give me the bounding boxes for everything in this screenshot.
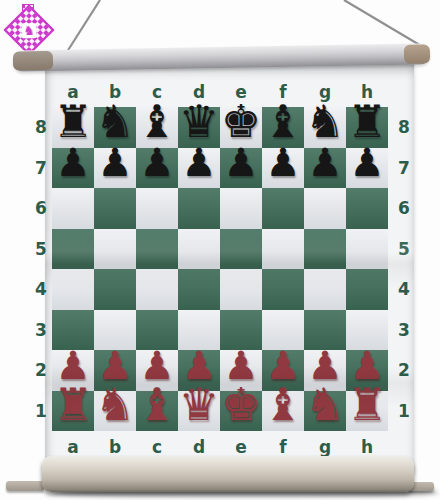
piece-black-bishop[interactable]: ♝ [263,99,303,144]
roll-peg-left [6,481,44,491]
square-a7[interactable]: ♟ [52,148,94,189]
square-a5[interactable] [52,229,94,270]
rank-label-left-6: 6 [32,188,50,229]
file-label-bottom-a: a [52,436,94,458]
piece-black-pawn[interactable]: ♟ [98,143,133,182]
piece-black-pawn[interactable]: ♟ [224,143,259,182]
rank-label-right-2: 2 [395,350,413,391]
file-labels-bottom: abcdefgh [52,436,388,458]
piece-black-queen[interactable]: ♛ [179,99,219,144]
square-d7[interactable]: ♟ [178,148,220,189]
file-label-bottom-e: e [220,436,262,458]
square-h6[interactable] [346,188,388,229]
rank-label-right-6: 6 [395,188,413,229]
rod-cap-left [13,51,53,71]
square-c5[interactable] [136,229,178,270]
bottom-roll-tube [42,456,414,492]
piece-black-pawn[interactable]: ♟ [350,143,385,182]
square-b6[interactable] [94,188,136,229]
rank-label-right-7: 7 [395,148,413,189]
file-label-bottom-c: c [136,436,178,458]
square-f4[interactable] [262,269,304,310]
square-a4[interactable] [52,269,94,310]
piece-black-rook[interactable]: ♜ [347,99,387,144]
square-f7[interactable]: ♟ [262,148,304,189]
rank-label-right-5: 5 [395,229,413,270]
square-d1[interactable]: ♛ [178,391,220,432]
square-c4[interactable] [136,269,178,310]
square-a1[interactable]: ♜ [52,391,94,432]
rank-label-right-1: 1 [395,391,413,432]
piece-red-rook[interactable]: ♜ [347,382,387,427]
square-e4[interactable] [220,269,262,310]
square-h1[interactable]: ♜ [346,391,388,432]
square-d5[interactable] [178,229,220,270]
square-c1[interactable]: ♝ [136,391,178,432]
piece-black-pawn[interactable]: ♟ [182,143,217,182]
square-c7[interactable]: ♟ [136,148,178,189]
demo-chess-board-photo: ♞ abcdefgh abcdefgh 87654321 87654321 ♜♞… [0,0,440,500]
square-a6[interactable] [52,188,94,229]
piece-black-pawn[interactable]: ♟ [140,143,175,182]
piece-red-king[interactable]: ♚ [221,382,261,427]
square-f5[interactable] [262,229,304,270]
square-f6[interactable] [262,188,304,229]
rank-labels-left: 87654321 [32,107,50,431]
square-b5[interactable] [94,229,136,270]
piece-black-king[interactable]: ♚ [221,99,261,144]
square-e6[interactable] [220,188,262,229]
rank-label-left-2: 2 [32,350,50,391]
file-label-bottom-f: f [262,436,304,458]
rank-label-left-3: 3 [32,310,50,351]
square-f1[interactable]: ♝ [262,391,304,432]
square-h5[interactable] [346,229,388,270]
square-e1[interactable]: ♚ [220,391,262,432]
rank-label-right-3: 3 [395,310,413,351]
logo-diamond: ♞ [4,5,55,56]
square-b4[interactable] [94,269,136,310]
square-g7[interactable]: ♟ [304,148,346,189]
file-label-bottom-b: b [94,436,136,458]
board-grid: ♜♞♝♛♚♝♞♜♟♟♟♟♟♟♟♟♟♟♟♟♟♟♟♟♜♞♝♛♚♝♞♜ [52,107,388,431]
square-e7[interactable]: ♟ [220,148,262,189]
square-g4[interactable] [304,269,346,310]
checkered-diamond-logo: ♞ [5,3,51,55]
square-b7[interactable]: ♟ [94,148,136,189]
square-e5[interactable] [220,229,262,270]
piece-red-queen[interactable]: ♛ [179,382,219,427]
square-h4[interactable] [346,269,388,310]
piece-red-bishop[interactable]: ♝ [137,382,177,427]
hanging-string-right [344,0,423,47]
rod-cap-right [404,44,430,63]
piece-black-knight[interactable]: ♞ [95,99,135,144]
piece-black-bishop[interactable]: ♝ [137,99,177,144]
piece-black-pawn[interactable]: ♟ [308,143,343,182]
square-g1[interactable]: ♞ [304,391,346,432]
file-label-bottom-d: d [178,436,220,458]
file-label-bottom-h: h [346,436,388,458]
piece-red-bishop[interactable]: ♝ [263,382,303,427]
square-d6[interactable] [178,188,220,229]
file-label-bottom-g: g [304,436,346,458]
piece-red-knight[interactable]: ♞ [95,382,135,427]
piece-black-pawn[interactable]: ♟ [56,143,91,182]
square-g5[interactable] [304,229,346,270]
rank-label-left-8: 8 [32,107,50,148]
square-g6[interactable] [304,188,346,229]
piece-black-rook[interactable]: ♜ [53,99,93,144]
hanging-string-left [65,0,100,55]
rank-label-left-5: 5 [32,229,50,270]
piece-black-knight[interactable]: ♞ [305,99,345,144]
rank-label-left-7: 7 [32,148,50,189]
rank-label-right-4: 4 [395,269,413,310]
piece-black-pawn[interactable]: ♟ [266,143,301,182]
piece-red-rook[interactable]: ♜ [53,382,93,427]
rank-label-right-8: 8 [395,107,413,148]
square-h7[interactable]: ♟ [346,148,388,189]
rank-label-left-4: 4 [32,269,50,310]
square-b1[interactable]: ♞ [94,391,136,432]
rank-labels-right: 87654321 [395,107,413,431]
square-d4[interactable] [178,269,220,310]
square-c6[interactable] [136,188,178,229]
logo-knight-icon: ♞ [22,23,37,38]
rank-label-left-1: 1 [32,391,50,432]
piece-red-knight[interactable]: ♞ [305,382,345,427]
